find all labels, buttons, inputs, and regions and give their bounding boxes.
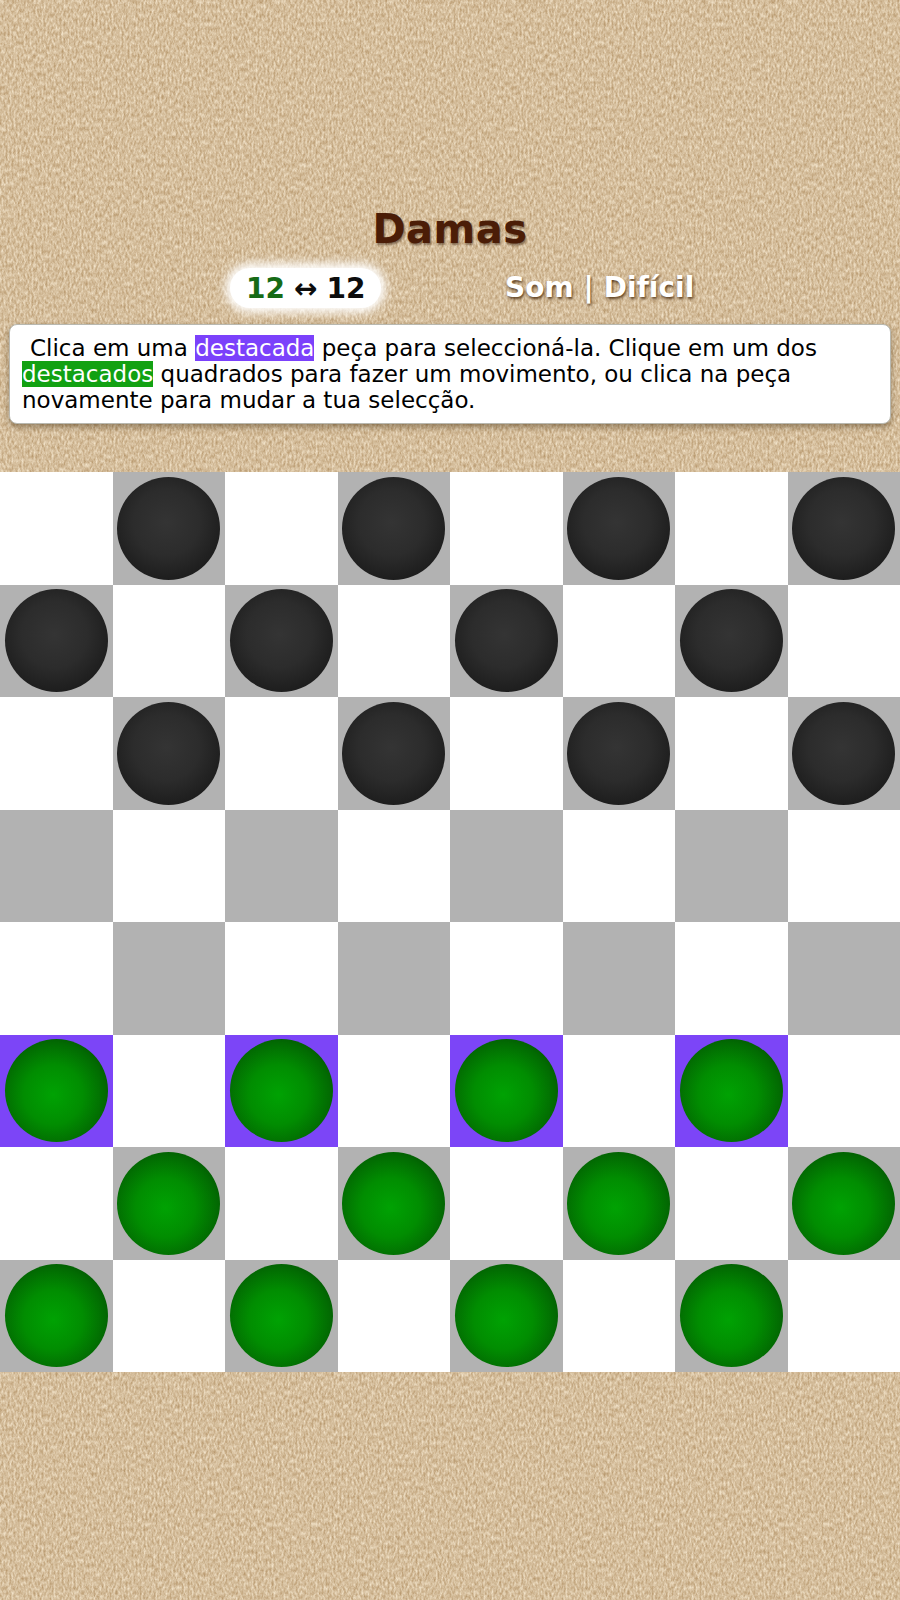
- black-piece: [117, 702, 220, 805]
- board-square-r4c7[interactable]: [788, 922, 900, 1035]
- score-arrow-icon: ↔: [294, 272, 317, 305]
- score-display: 12 ↔ 12: [230, 268, 381, 308]
- board-square-r4c4[interactable]: [450, 922, 563, 1035]
- board-square-r0c7[interactable]: [788, 472, 900, 585]
- board-square-r1c4[interactable]: [450, 585, 563, 698]
- black-piece: [5, 589, 108, 692]
- black-piece: [342, 702, 445, 805]
- board-square-r1c6[interactable]: [675, 585, 788, 698]
- board-square-r0c1[interactable]: [113, 472, 226, 585]
- page: Damas 12 ↔ 12 Som | Difícil Clica em uma…: [0, 0, 900, 1372]
- board-square-r0c4[interactable]: [450, 472, 563, 585]
- board-square-r2c5[interactable]: [563, 697, 676, 810]
- green-piece[interactable]: [117, 1152, 220, 1255]
- black-piece: [342, 477, 445, 580]
- board-square-r3c4[interactable]: [450, 810, 563, 923]
- green-piece[interactable]: [455, 1039, 558, 1142]
- board-square-r3c0[interactable]: [0, 810, 113, 923]
- board-square-r1c2[interactable]: [225, 585, 338, 698]
- board-square-r2c6[interactable]: [675, 697, 788, 810]
- green-piece[interactable]: [230, 1264, 333, 1367]
- board-square-r5c5[interactable]: [563, 1035, 676, 1148]
- board-square-r6c1[interactable]: [113, 1147, 226, 1260]
- highlighted-word-squares: destacados: [22, 361, 153, 387]
- board-square-r6c5[interactable]: [563, 1147, 676, 1260]
- board-square-r2c2[interactable]: [225, 697, 338, 810]
- black-piece: [792, 477, 895, 580]
- instructions-text: Clica em uma destacada peça para selecci…: [22, 335, 878, 413]
- board-square-r3c1[interactable]: [113, 810, 226, 923]
- black-piece: [567, 702, 670, 805]
- green-piece[interactable]: [342, 1152, 445, 1255]
- black-piece: [455, 589, 558, 692]
- menu-row: 12 ↔ 12 Som | Difícil: [0, 268, 900, 310]
- black-piece: [117, 477, 220, 580]
- board-square-r6c6[interactable]: [675, 1147, 788, 1260]
- board-square-r7c5[interactable]: [563, 1260, 676, 1373]
- board-square-r4c3[interactable]: [338, 922, 451, 1035]
- board-square-r2c0[interactable]: [0, 697, 113, 810]
- board-square-r0c0[interactable]: [0, 472, 113, 585]
- board-square-r0c3[interactable]: [338, 472, 451, 585]
- board-square-r2c7[interactable]: [788, 697, 900, 810]
- board-square-r1c0[interactable]: [0, 585, 113, 698]
- board-square-r7c4[interactable]: [450, 1260, 563, 1373]
- board-square-r7c1[interactable]: [113, 1260, 226, 1373]
- black-piece: [792, 702, 895, 805]
- sound-toggle-link[interactable]: Som: [505, 271, 574, 304]
- score-black-count: 12: [326, 272, 365, 305]
- board-square-r7c0[interactable]: [0, 1260, 113, 1373]
- green-piece[interactable]: [680, 1264, 783, 1367]
- board-square-r2c4[interactable]: [450, 697, 563, 810]
- highlighted-square-r5c6[interactable]: [675, 1035, 788, 1148]
- board-square-r4c1[interactable]: [113, 922, 226, 1035]
- board-square-r4c6[interactable]: [675, 922, 788, 1035]
- board-square-r6c2[interactable]: [225, 1147, 338, 1260]
- board-square-r6c3[interactable]: [338, 1147, 451, 1260]
- green-piece[interactable]: [567, 1152, 670, 1255]
- board-square-r3c6[interactable]: [675, 810, 788, 923]
- highlighted-word-piece: destacada: [195, 335, 314, 361]
- board-square-r6c7[interactable]: [788, 1147, 900, 1260]
- board-square-r0c5[interactable]: [563, 472, 676, 585]
- board-square-r1c5[interactable]: [563, 585, 676, 698]
- board-square-r0c6[interactable]: [675, 472, 788, 585]
- board-square-r7c6[interactable]: [675, 1260, 788, 1373]
- score-green-count: 12: [246, 272, 285, 305]
- board-square-r7c3[interactable]: [338, 1260, 451, 1373]
- board-square-r1c3[interactable]: [338, 585, 451, 698]
- board-square-r4c0[interactable]: [0, 922, 113, 1035]
- green-piece[interactable]: [230, 1039, 333, 1142]
- board-square-r6c4[interactable]: [450, 1147, 563, 1260]
- highlighted-square-r5c0[interactable]: [0, 1035, 113, 1148]
- board-square-r3c3[interactable]: [338, 810, 451, 923]
- difficulty-link[interactable]: Difícil: [604, 271, 694, 304]
- menu-separator: |: [584, 271, 594, 304]
- black-piece: [230, 589, 333, 692]
- board-square-r2c1[interactable]: [113, 697, 226, 810]
- board-square-r6c0[interactable]: [0, 1147, 113, 1260]
- board-square-r2c3[interactable]: [338, 697, 451, 810]
- board-square-r4c2[interactable]: [225, 922, 338, 1035]
- board-square-r4c5[interactable]: [563, 922, 676, 1035]
- green-piece[interactable]: [5, 1264, 108, 1367]
- board-square-r7c2[interactable]: [225, 1260, 338, 1373]
- checkers-board: [0, 472, 900, 1372]
- board-square-r5c3[interactable]: [338, 1035, 451, 1148]
- black-piece: [567, 477, 670, 580]
- menu-links: Som | Difícil: [505, 271, 694, 304]
- board-square-r3c7[interactable]: [788, 810, 900, 923]
- highlighted-square-r5c2[interactable]: [225, 1035, 338, 1148]
- highlighted-square-r5c4[interactable]: [450, 1035, 563, 1148]
- board-square-r3c5[interactable]: [563, 810, 676, 923]
- board-square-r7c7[interactable]: [788, 1260, 900, 1373]
- green-piece[interactable]: [792, 1152, 895, 1255]
- instruction-segment-2: peça para seleccioná-la. Clique em um do…: [314, 335, 816, 361]
- board-square-r5c7[interactable]: [788, 1035, 900, 1148]
- game-title: Damas: [0, 0, 900, 252]
- green-piece[interactable]: [5, 1039, 108, 1142]
- board-square-r5c1[interactable]: [113, 1035, 226, 1148]
- green-piece[interactable]: [680, 1039, 783, 1142]
- board-square-r0c2[interactable]: [225, 472, 338, 585]
- board-square-r1c7[interactable]: [788, 585, 900, 698]
- instruction-segment-1: Clica em uma: [30, 335, 195, 361]
- board-square-r1c1[interactable]: [113, 585, 226, 698]
- board-square-r3c2[interactable]: [225, 810, 338, 923]
- black-piece: [680, 589, 783, 692]
- instructions-panel: Clica em uma destacada peça para selecci…: [9, 324, 891, 424]
- green-piece[interactable]: [455, 1264, 558, 1367]
